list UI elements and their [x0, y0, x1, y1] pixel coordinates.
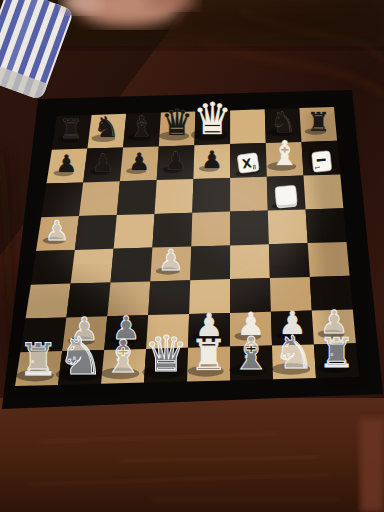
- piece-glyph: ♞: [57, 326, 104, 386]
- piece-clear-r-a1[interactable]: ♜·: [16, 333, 58, 386]
- piece-whiteplastic-b-g7[interactable]: ♝: [267, 133, 300, 173]
- chair-edge: [360, 418, 384, 512]
- piece-black-p-a7[interactable]: ♟: [53, 150, 77, 178]
- piece-glyph: ♞: [274, 326, 315, 379]
- glass-highlight: ·: [242, 342, 250, 371]
- piece-black-r-h8[interactable]: ♜: [305, 107, 330, 137]
- piece-glyph: ♝: [269, 133, 300, 173]
- piece-glyph: ♝: [103, 330, 144, 383]
- piece-clear-r-h1[interactable]: ♜·: [317, 329, 356, 377]
- piece-black-q-d8[interactable]: ♛: [159, 102, 193, 143]
- glass-highlight: ·: [70, 341, 79, 375]
- glass-highlight: ·: [285, 340, 293, 369]
- piece-glyph: ♟: [92, 149, 113, 177]
- piece-clear-p-d4[interactable]: ♟·: [156, 243, 184, 277]
- piece-glyph: ♟: [201, 146, 222, 174]
- table-front-edge: [0, 398, 384, 512]
- piece-glyph: ♛: [193, 93, 232, 144]
- piece-glyph: ♟: [45, 215, 69, 246]
- piece-clear-q-d1[interactable]: ♛·: [142, 325, 188, 383]
- glass-highlight: ·: [29, 347, 37, 376]
- piece-glyph: ♛: [161, 102, 193, 143]
- glass-highlight: ·: [328, 342, 335, 368]
- glass-highlight: ·: [156, 341, 165, 372]
- piece-glyph: ♜: [307, 107, 330, 137]
- piece-glyph: ♝: [129, 110, 154, 143]
- glass-highlight: ·: [114, 345, 122, 374]
- photo-canvas: ♜♞♝♛♛♞♜♟♟♟♟♟X8♝I1♟·♟·♟·♟·♟♟♟♟·♜·♞·♝·♛·♜♝…: [0, 0, 384, 512]
- piece-clear-n-b1[interactable]: ♞·: [56, 326, 104, 386]
- piece-black-p-e7[interactable]: ♟: [199, 146, 223, 174]
- glass-highlight: ·: [51, 223, 56, 241]
- piece-glyph: ♜: [318, 329, 355, 377]
- square-f8[interactable]: [230, 109, 266, 144]
- piece-black-p-c7[interactable]: ♟: [126, 148, 150, 176]
- piece-clear-b-f1[interactable]: ♝·: [229, 327, 271, 380]
- piece-black-r-a8[interactable]: ♜: [57, 114, 82, 144]
- piece-black-n-b8[interactable]: ♞: [91, 110, 119, 144]
- piece-glyph: ♞: [94, 110, 120, 144]
- piece-glyph: ♝: [231, 327, 272, 380]
- piece-clear-n-g1[interactable]: ♞·: [272, 326, 315, 379]
- piece-glyph: ♟: [128, 148, 149, 176]
- piece-glyph: ♜: [18, 333, 58, 386]
- piece-whiteplastic-q-e8[interactable]: ♛: [191, 93, 232, 144]
- piece-clear-b-c1[interactable]: ♝·: [101, 330, 143, 383]
- piece-black-p-b7[interactable]: ♟: [90, 149, 114, 177]
- glass-highlight: ·: [165, 252, 170, 271]
- piece-frosted-r-e1[interactable]: ♜: [188, 330, 228, 380]
- piece-glyph: ♟: [56, 150, 77, 178]
- piece-clear-p-a5[interactable]: ♟·: [43, 215, 70, 246]
- piece-black-p-d7[interactable]: ♟: [163, 147, 187, 175]
- piece-glyph: ♟: [158, 243, 184, 277]
- piece-glyph: ♛: [144, 325, 188, 383]
- piece-glyph: ♜: [190, 330, 228, 380]
- piece-glyph: ♜: [60, 114, 83, 144]
- piece-glyph: ♟: [165, 147, 186, 175]
- scene: ♜♞♝♛♛♞♜♟♟♟♟♟X8♝I1♟·♟·♟·♟·♟♟♟♟·♜·♞·♝·♛·♜♝…: [0, 0, 384, 512]
- piece-black-b-c8[interactable]: ♝: [127, 110, 155, 143]
